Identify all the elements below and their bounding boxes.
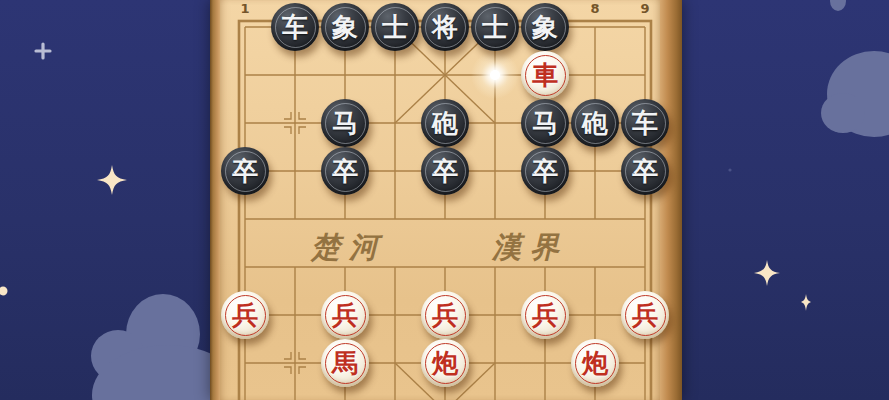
piece-glyph: 砲 (432, 110, 458, 136)
sparkle-cross-icon (801, 294, 811, 311)
red-piece-兵[interactable]: 兵 (421, 291, 469, 339)
black-piece-马[interactable]: 马 (521, 99, 569, 147)
piece-glyph: 卒 (332, 158, 358, 184)
black-piece-将[interactable]: 将 (421, 3, 469, 51)
piece-glyph: 象 (332, 14, 358, 40)
piece-glyph: 車 (532, 62, 558, 88)
black-piece-士[interactable]: 士 (471, 3, 519, 51)
red-piece-車[interactable]: 車 (521, 51, 569, 99)
red-piece-炮[interactable]: 炮 (421, 339, 469, 387)
board-frame-right (660, 0, 682, 400)
river-label-left: 楚河 (279, 228, 419, 268)
black-piece-士[interactable]: 士 (371, 3, 419, 51)
red-piece-兵[interactable]: 兵 (621, 291, 669, 339)
piece-glyph: 炮 (582, 350, 608, 376)
black-piece-象[interactable]: 象 (521, 3, 569, 51)
red-piece-兵[interactable]: 兵 (221, 291, 269, 339)
column-label-9: 9 (640, 1, 649, 16)
piece-glyph: 卒 (232, 158, 258, 184)
piece-glyph: 车 (632, 110, 658, 136)
piece-glyph: 兵 (332, 302, 358, 328)
last-move-glow-marker (470, 50, 520, 100)
board-frame-left (210, 0, 220, 400)
plus-star-icon (36, 44, 50, 58)
red-piece-兵[interactable]: 兵 (521, 291, 569, 339)
sparkle-star-right-icon (754, 260, 780, 286)
black-piece-砲[interactable]: 砲 (571, 99, 619, 147)
black-piece-卒[interactable]: 卒 (321, 147, 369, 195)
black-piece-车[interactable]: 车 (271, 3, 319, 51)
piece-glyph: 兵 (632, 302, 658, 328)
piece-glyph: 兵 (432, 302, 458, 328)
column-label-1: 1 (240, 1, 249, 16)
piece-glyph: 马 (332, 110, 358, 136)
cloud-right-icon (821, 0, 889, 137)
black-piece-卒[interactable]: 卒 (221, 147, 269, 195)
piece-glyph: 将 (432, 14, 458, 40)
piece-glyph: 象 (532, 14, 558, 40)
black-piece-马[interactable]: 马 (321, 99, 369, 147)
game-screen: 123456789 楚河 漢界 车象士将士象車马砲马砲车卒卒卒卒卒兵兵兵兵兵馬炮… (0, 0, 889, 400)
black-piece-砲[interactable]: 砲 (421, 99, 469, 147)
piece-glyph: 卒 (532, 158, 558, 184)
black-piece-卒[interactable]: 卒 (621, 147, 669, 195)
piece-glyph: 兵 (232, 302, 258, 328)
piece-glyph: 士 (482, 14, 508, 40)
black-piece-车[interactable]: 车 (621, 99, 669, 147)
red-piece-兵[interactable]: 兵 (321, 291, 369, 339)
sparkle-star-left-icon (97, 165, 127, 195)
piece-glyph: 士 (382, 14, 408, 40)
column-label-8: 8 (590, 1, 599, 16)
piece-glyph: 兵 (532, 302, 558, 328)
piece-glyph: 馬 (332, 350, 358, 376)
piece-glyph: 马 (532, 110, 558, 136)
star-speck-icon (728, 168, 731, 171)
piece-glyph: 卒 (432, 158, 458, 184)
black-piece-卒[interactable]: 卒 (421, 147, 469, 195)
piece-glyph: 砲 (582, 110, 608, 136)
piece-glyph: 车 (282, 14, 308, 40)
star-dot-icon (0, 287, 8, 296)
piece-glyph: 卒 (632, 158, 658, 184)
piece-glyph: 炮 (432, 350, 458, 376)
red-piece-炮[interactable]: 炮 (571, 339, 619, 387)
black-piece-卒[interactable]: 卒 (521, 147, 569, 195)
black-piece-象[interactable]: 象 (321, 3, 369, 51)
red-piece-馬[interactable]: 馬 (321, 339, 369, 387)
river-label-right: 漢界 (460, 228, 600, 268)
